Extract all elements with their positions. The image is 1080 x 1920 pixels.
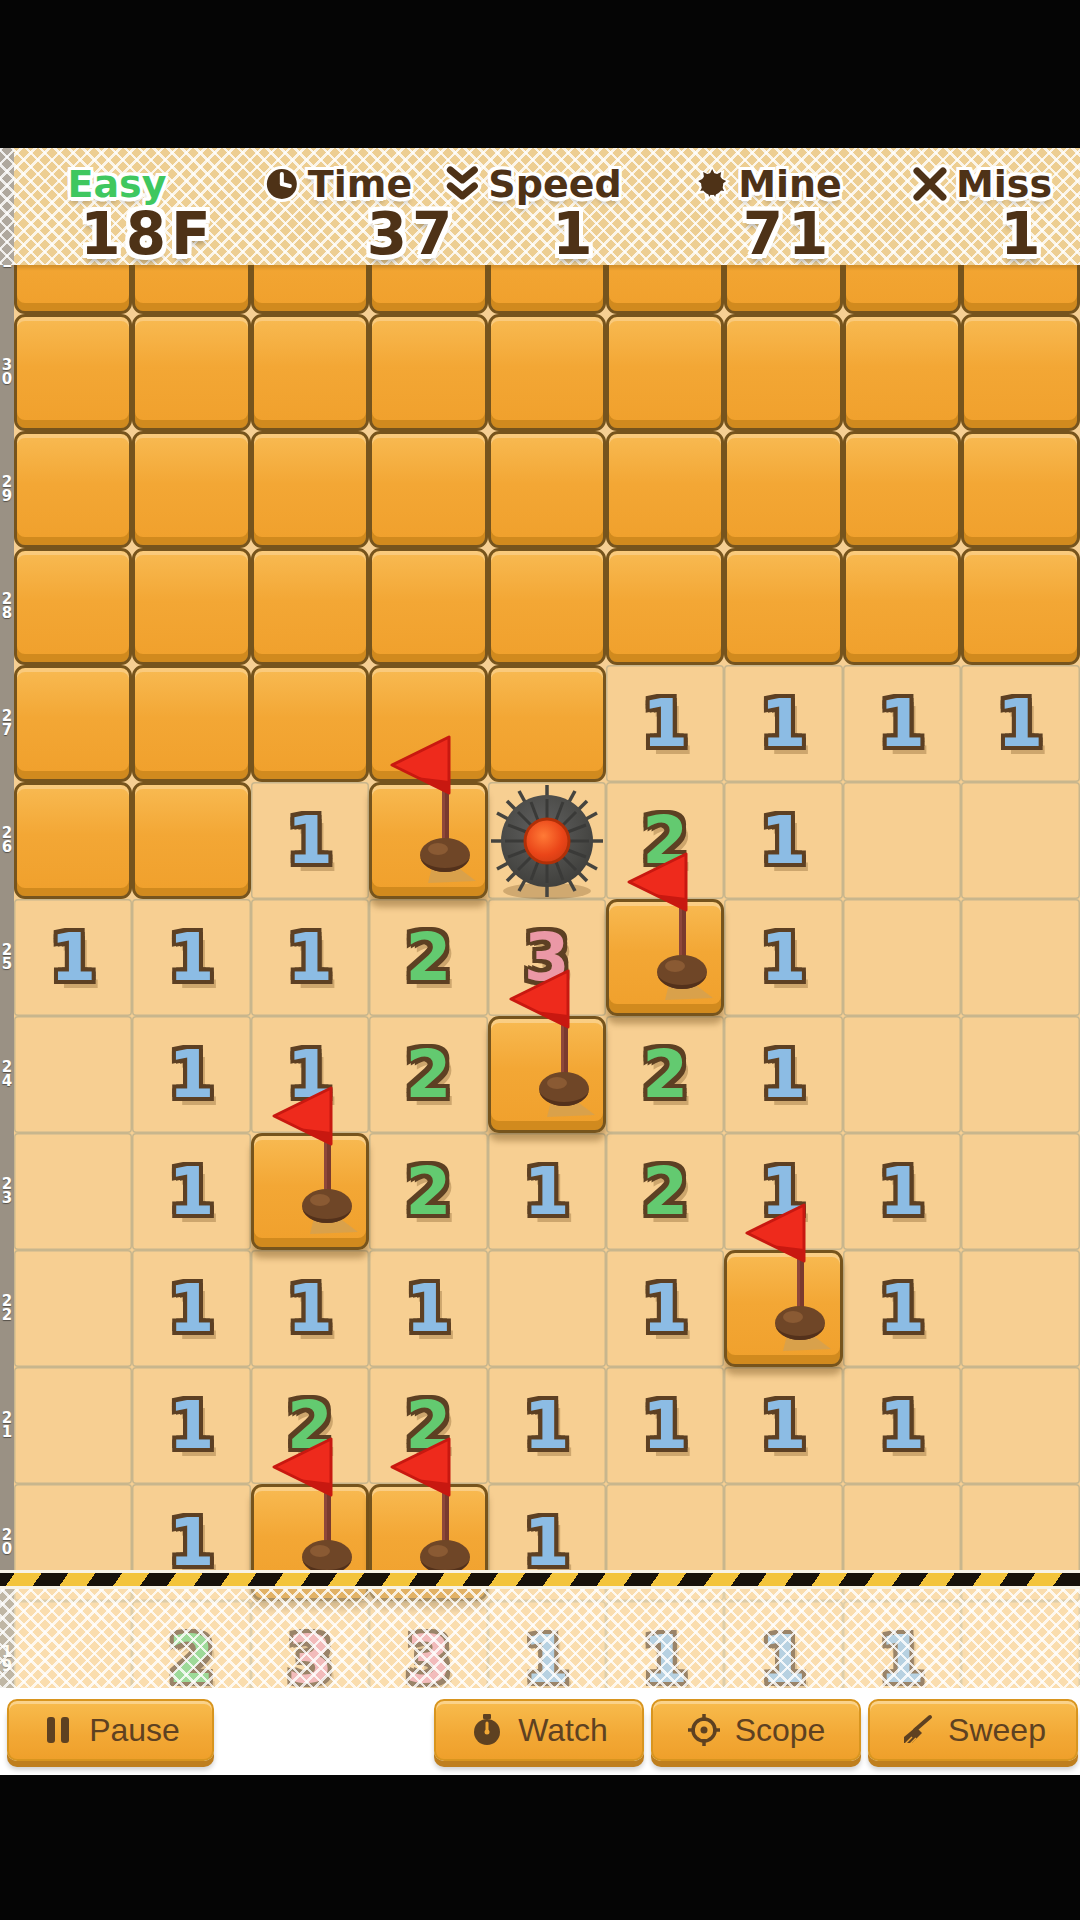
cell-r28c6[interactable] (606, 548, 724, 665)
adjacency-number: 1 (132, 1133, 250, 1250)
cell-r27c3[interactable] (251, 665, 369, 782)
cell-r22c7[interactable] (724, 1250, 842, 1367)
flag-icon (727, 1199, 845, 1364)
miss-count-value: 1 (1000, 200, 1045, 268)
cell-r29c7[interactable] (724, 431, 842, 548)
minefield-area: 11111 (0, 148, 1080, 1775)
cell-r30c2[interactable] (132, 314, 250, 431)
cell-r26c7[interactable]: 1 (724, 782, 842, 899)
cell-r26c4[interactable] (369, 782, 487, 899)
broom-icon (900, 1713, 934, 1747)
cell-r22c4[interactable]: 1 (369, 1250, 487, 1367)
cell-r29c4[interactable] (369, 431, 487, 548)
flag-icon (372, 731, 490, 896)
minefield-board: 11111 (14, 197, 1080, 1718)
cell-r27c2[interactable] (132, 665, 250, 782)
hazard-stripe (0, 1570, 1080, 1589)
cell-r29c2[interactable] (132, 431, 250, 548)
row-label-30: 3 0 (0, 358, 14, 386)
cell-r25c4[interactable]: 2 (369, 899, 487, 1016)
cell-r29c3[interactable] (251, 431, 369, 548)
cell-r27c8[interactable]: 1 (843, 665, 961, 782)
row-label-28: 2 8 (0, 592, 14, 620)
sweep-button[interactable]: Sweep (868, 1699, 1078, 1761)
row-label-19: 1 9 (0, 1645, 14, 1673)
cell-r30c6[interactable] (606, 314, 724, 431)
cell-r22c3[interactable]: 1 (251, 1250, 369, 1367)
status-header: Easy 18F Time 37 (14, 148, 1080, 265)
cell-r23c8[interactable]: 1 (843, 1133, 961, 1250)
cell-r30c1[interactable] (14, 314, 132, 431)
exploded-mine-icon (485, 779, 609, 903)
cell-r28c4[interactable] (369, 548, 487, 665)
cell-r25c8[interactable] (843, 899, 961, 1016)
adjacency-number: 2 (606, 1016, 724, 1133)
row-label-22: 2 2 (0, 1294, 14, 1322)
cell-r22c1[interactable] (14, 1250, 132, 1367)
pause-button[interactable]: Pause (7, 1699, 214, 1761)
adjacency-number: 2 (369, 1133, 487, 1250)
row-label-29: 2 9 (0, 475, 14, 503)
cell-r30c3[interactable] (251, 314, 369, 431)
cell-r23c3[interactable] (251, 1133, 369, 1250)
target-icon (687, 1713, 721, 1747)
adjacency-number: 1 (843, 1367, 961, 1484)
adjacency-number: 1 (251, 899, 369, 1016)
cell-r26c5[interactable] (488, 782, 606, 899)
cell-r30c5[interactable] (488, 314, 606, 431)
adjacency-number: 1 (724, 782, 842, 899)
cell-r28c1[interactable] (14, 548, 132, 665)
cell-r28c7[interactable] (724, 548, 842, 665)
cell-r26c8[interactable] (843, 782, 961, 899)
cell-r28c3[interactable] (251, 548, 369, 665)
cell-r25c2[interactable]: 1 (132, 899, 250, 1016)
cell-r24c7[interactable]: 1 (724, 1016, 842, 1133)
cell-r25c7[interactable]: 1 (724, 899, 842, 1016)
adjacency-number: 1 (961, 665, 1079, 782)
cell-r24c5[interactable] (488, 1016, 606, 1133)
cell-r22c6[interactable]: 1 (606, 1250, 724, 1367)
floor-value: 18F (80, 200, 215, 268)
cell-r28c8[interactable] (843, 548, 961, 665)
cell-r25c6[interactable] (606, 899, 724, 1016)
adjacency-number: 1 (724, 1367, 842, 1484)
cell-r21c8[interactable]: 1 (843, 1367, 961, 1484)
adjacency-number: 1 (132, 1016, 250, 1133)
cell-r30c7[interactable] (724, 314, 842, 431)
cell-r26c3[interactable]: 1 (251, 782, 369, 899)
adjacency-number: 1 (488, 1133, 606, 1250)
scope-button-label: Scope (735, 1712, 826, 1749)
cell-r27c9[interactable]: 1 (961, 665, 1079, 782)
cell-r26c1[interactable] (14, 782, 132, 899)
cell-r22c2[interactable]: 1 (132, 1250, 250, 1367)
cell-r22c9[interactable] (961, 1250, 1079, 1367)
bottom-toolbar: Pause Watch (0, 1688, 1080, 1775)
adjacency-number: 1 (251, 782, 369, 899)
flag-icon (609, 848, 727, 1013)
cell-r24c2[interactable]: 1 (132, 1016, 250, 1133)
cell-r29c9[interactable] (961, 431, 1079, 548)
sweep-button-label: Sweep (948, 1712, 1046, 1749)
cell-r21c6[interactable]: 1 (606, 1367, 724, 1484)
adjacency-number: 1 (251, 1250, 369, 1367)
cell-r30c8[interactable] (843, 314, 961, 431)
cell-r21c9[interactable] (961, 1367, 1079, 1484)
cell-r21c7[interactable]: 1 (724, 1367, 842, 1484)
cell-r28c5[interactable] (488, 548, 606, 665)
cell-r27c7[interactable]: 1 (724, 665, 842, 782)
cell-r29c6[interactable] (606, 431, 724, 548)
cell-r23c4[interactable]: 2 (369, 1133, 487, 1250)
flag-icon (491, 965, 609, 1130)
adjacency-number: 1 (724, 1016, 842, 1133)
strip-hud-texture (0, 148, 14, 265)
pause-icon (41, 1713, 75, 1747)
cell-r26c2[interactable] (132, 782, 250, 899)
flag-icon (254, 1082, 372, 1247)
cell-r25c1[interactable]: 1 (14, 899, 132, 1016)
cell-r23c1[interactable] (14, 1133, 132, 1250)
adjacency-number: 2 (369, 899, 487, 1016)
cell-r27c6[interactable]: 1 (606, 665, 724, 782)
cell-r23c6[interactable]: 2 (606, 1133, 724, 1250)
cell-r23c9[interactable] (961, 1133, 1079, 1250)
cell-r26c9[interactable] (961, 782, 1079, 899)
mine-count-value: 71 (743, 200, 834, 268)
cell-r30c9[interactable] (961, 314, 1079, 431)
cell-r27c5[interactable] (488, 665, 606, 782)
row-label-24: 2 4 (0, 1060, 14, 1088)
adjacency-number: 1 (488, 1367, 606, 1484)
cell-r22c8[interactable]: 1 (843, 1250, 961, 1367)
adjacency-number: 2 (606, 1133, 724, 1250)
cell-r24c4[interactable]: 2 (369, 1016, 487, 1133)
cell-r21c2[interactable]: 1 (132, 1367, 250, 1484)
clock-icon (262, 164, 302, 204)
row-label-26: 2 6 (0, 826, 14, 854)
double-chevron-icon (442, 164, 482, 204)
adjacency-number: 1 (724, 899, 842, 1016)
cell-r29c1[interactable] (14, 431, 132, 548)
adjacency-number: 1 (132, 1367, 250, 1484)
stopwatch-icon (470, 1713, 504, 1747)
adjacency-number: 1 (132, 1250, 250, 1367)
cell-r28c9[interactable] (961, 548, 1079, 665)
cell-r21c1[interactable] (14, 1367, 132, 1484)
adjacency-number: 1 (843, 1250, 961, 1367)
cell-r24c8[interactable] (843, 1016, 961, 1133)
cell-r28c2[interactable] (132, 548, 250, 665)
adjacency-number: 2 (369, 1016, 487, 1133)
cell-r21c5[interactable]: 1 (488, 1367, 606, 1484)
cell-r25c9[interactable] (961, 899, 1079, 1016)
adjacency-number: 1 (369, 1250, 487, 1367)
adjacency-number: 1 (606, 1250, 724, 1367)
cell-r23c5[interactable]: 1 (488, 1133, 606, 1250)
row-label-21: 2 1 (0, 1411, 14, 1439)
cell-r29c5[interactable] (488, 431, 606, 548)
row-label-27: 2 7 (0, 709, 14, 737)
pause-button-label: Pause (89, 1712, 180, 1749)
adjacency-number: 1 (606, 1367, 724, 1484)
adjacency-number: 1 (843, 1133, 961, 1250)
cell-r23c2[interactable]: 1 (132, 1133, 250, 1250)
adjacency-number: 1 (724, 665, 842, 782)
cell-r24c1[interactable] (14, 1016, 132, 1133)
adjacency-number: 1 (606, 665, 724, 782)
cell-r30c4[interactable] (369, 314, 487, 431)
watch-button[interactable]: Watch (434, 1699, 644, 1761)
row-label-20: 2 0 (0, 1528, 14, 1556)
adjacency-number: 1 (14, 899, 132, 1016)
adjacency-number: 1 (843, 665, 961, 782)
speed-value: 1 (552, 200, 597, 268)
mine-icon (692, 164, 732, 204)
scope-button[interactable]: Scope (651, 1699, 861, 1761)
top-letterbox (0, 0, 1080, 148)
game-screen: 11111 (0, 0, 1080, 1920)
bottom-letterbox (0, 1775, 1080, 1920)
cell-r27c1[interactable] (14, 665, 132, 782)
cell-r24c9[interactable] (961, 1016, 1079, 1133)
cell-r24c6[interactable]: 2 (606, 1016, 724, 1133)
time-value: 37 (367, 200, 458, 268)
cell-r22c5[interactable] (488, 1250, 606, 1367)
row-label-25: 2 5 (0, 943, 14, 971)
adjacency-number: 1 (132, 899, 250, 1016)
watch-button-label: Watch (518, 1712, 608, 1749)
row-label-23: 2 3 (0, 1177, 14, 1205)
cell-r25c3[interactable]: 1 (251, 899, 369, 1016)
cell-r29c8[interactable] (843, 431, 961, 548)
x-icon (910, 164, 950, 204)
